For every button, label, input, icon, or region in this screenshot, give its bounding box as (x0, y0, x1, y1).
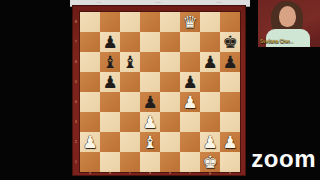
square-c4[interactable] (120, 92, 140, 112)
square-g5[interactable] (200, 72, 220, 92)
black-pawn: ♟ (180, 72, 200, 92)
rank-coordinates: 87654321 (72, 12, 80, 172)
file-label-f: f (185, 172, 195, 175)
square-h5[interactable] (220, 72, 240, 92)
square-f1[interactable] (180, 152, 200, 172)
rank-label-7: 7 (74, 37, 78, 48)
square-g6[interactable]: ♟ (200, 52, 220, 72)
black-pawn: ♟ (140, 92, 160, 112)
chess-board-frame: 87654321 ♛♟♚♝♝♟♟♟♟♟♟♟♟♝♟♟♚ abcdefgh (72, 5, 246, 176)
square-c7[interactable] (120, 32, 140, 52)
black-bishop: ♝ (120, 52, 140, 72)
square-b7[interactable]: ♟ (100, 32, 120, 52)
black-pawn: ♟ (100, 32, 120, 52)
rank-label-1: 1 (74, 157, 78, 168)
square-h7[interactable]: ♚ (220, 32, 240, 52)
file-label-g: g (205, 172, 215, 175)
square-h4[interactable] (220, 92, 240, 112)
presenter-face (279, 6, 296, 27)
white-pawn: ♟ (180, 92, 200, 112)
square-a2[interactable]: ♟ (80, 132, 100, 152)
square-c2[interactable] (120, 132, 140, 152)
square-f7[interactable] (180, 32, 200, 52)
file-label-c: c (125, 172, 135, 175)
square-b5[interactable]: ♟ (100, 72, 120, 92)
square-e3[interactable] (160, 112, 180, 132)
black-pawn: ♟ (100, 72, 120, 92)
square-a7[interactable] (80, 32, 100, 52)
square-e2[interactable] (160, 132, 180, 152)
square-f2[interactable] (180, 132, 200, 152)
square-c3[interactable] (120, 112, 140, 132)
square-f6[interactable] (180, 52, 200, 72)
white-king: ♚ (200, 152, 220, 172)
square-h6[interactable]: ♟ (220, 52, 240, 72)
square-g1[interactable]: ♚ (200, 152, 220, 172)
square-e6[interactable] (160, 52, 180, 72)
square-c8[interactable] (120, 12, 140, 32)
square-g7[interactable] (200, 32, 220, 52)
square-g8[interactable] (200, 12, 220, 32)
black-king: ♚ (220, 32, 240, 52)
square-f3[interactable] (180, 112, 200, 132)
square-a4[interactable] (80, 92, 100, 112)
square-b1[interactable] (100, 152, 120, 172)
black-pawn: ♟ (220, 52, 240, 72)
square-f8[interactable]: ♛ (180, 12, 200, 32)
file-label-e: e (165, 172, 175, 175)
square-d2[interactable]: ♝ (140, 132, 160, 152)
square-e8[interactable] (160, 12, 180, 32)
square-a6[interactable] (80, 52, 100, 72)
square-d7[interactable] (140, 32, 160, 52)
square-f5[interactable]: ♟ (180, 72, 200, 92)
square-h3[interactable] (220, 112, 240, 132)
square-d1[interactable] (140, 152, 160, 172)
black-pawn: ♟ (200, 52, 220, 72)
stream-frame: ···· ······ ······ 87654321 ♛♟♚♝♝♟♟♟♟♟♟♟… (0, 0, 320, 180)
square-d8[interactable] (140, 12, 160, 32)
file-label-a: a (85, 172, 95, 175)
board-grid[interactable]: ♛♟♚♝♝♟♟♟♟♟♟♟♟♝♟♟♚ (80, 12, 240, 172)
square-h8[interactable] (220, 12, 240, 32)
square-d6[interactable] (140, 52, 160, 72)
square-f4[interactable]: ♟ (180, 92, 200, 112)
square-e4[interactable] (160, 92, 180, 112)
rank-label-5: 5 (74, 77, 78, 88)
square-a5[interactable] (80, 72, 100, 92)
square-c6[interactable]: ♝ (120, 52, 140, 72)
file-label-b: b (105, 172, 115, 175)
square-d3[interactable]: ♟ (140, 112, 160, 132)
participant-name-label: Svetlana Cher... (260, 39, 293, 44)
white-pawn: ♟ (200, 132, 220, 152)
file-label-d: d (145, 172, 155, 175)
square-a8[interactable] (80, 12, 100, 32)
square-h2[interactable]: ♟ (220, 132, 240, 152)
white-pawn: ♟ (220, 132, 240, 152)
square-d4[interactable]: ♟ (140, 92, 160, 112)
square-g4[interactable] (200, 92, 220, 112)
square-b3[interactable] (100, 112, 120, 132)
rank-label-3: 3 (74, 117, 78, 128)
white-pawn: ♟ (80, 132, 100, 152)
presenter-shirt (266, 29, 310, 47)
square-g3[interactable] (200, 112, 220, 132)
square-g2[interactable]: ♟ (200, 132, 220, 152)
white-bishop: ♝ (140, 132, 160, 152)
square-e5[interactable] (160, 72, 180, 92)
rank-label-4: 4 (74, 97, 78, 108)
square-b2[interactable] (100, 132, 120, 152)
square-e7[interactable] (160, 32, 180, 52)
black-bishop: ♝ (100, 52, 120, 72)
square-h1[interactable] (220, 152, 240, 172)
file-coordinates: abcdefgh (80, 172, 240, 177)
square-b8[interactable] (100, 12, 120, 32)
square-a3[interactable] (80, 112, 100, 132)
square-c5[interactable] (120, 72, 140, 92)
rank-label-6: 6 (74, 57, 78, 68)
square-a1[interactable] (80, 152, 100, 172)
square-b6[interactable]: ♝ (100, 52, 120, 72)
file-label-h: h (225, 172, 235, 175)
square-b4[interactable] (100, 92, 120, 112)
square-c1[interactable] (120, 152, 140, 172)
white-queen: ♛ (180, 12, 200, 32)
rank-label-2: 2 (74, 137, 78, 148)
webcam-video: Svetlana Cher... (258, 0, 320, 47)
rank-label-8: 8 (74, 17, 78, 28)
white-pawn: ♟ (140, 112, 160, 132)
square-d5[interactable] (140, 72, 160, 92)
zoom-watermark: zoom (251, 147, 316, 171)
square-e1[interactable] (160, 152, 180, 172)
